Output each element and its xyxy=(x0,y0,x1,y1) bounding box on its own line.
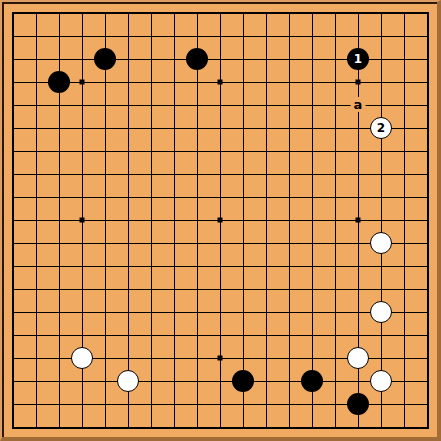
star-point xyxy=(80,218,85,223)
white-stone xyxy=(370,370,392,392)
black-stone: 1 xyxy=(347,48,369,70)
white-stone xyxy=(347,347,369,369)
stone-move-number: 1 xyxy=(354,53,362,65)
white-stone xyxy=(370,301,392,323)
white-stone: 2 xyxy=(370,117,392,139)
black-stone xyxy=(48,71,70,93)
board-marker-a: a xyxy=(351,97,366,112)
star-point xyxy=(356,80,361,85)
white-stone xyxy=(117,370,139,392)
black-stone xyxy=(232,370,254,392)
black-stone xyxy=(301,370,323,392)
go-board: 12a xyxy=(0,0,441,441)
star-point xyxy=(218,218,223,223)
white-stone xyxy=(370,232,392,254)
star-point xyxy=(356,218,361,223)
star-point xyxy=(218,80,223,85)
stone-move-number: 2 xyxy=(377,122,385,134)
black-stone xyxy=(347,393,369,415)
star-point xyxy=(80,80,85,85)
white-stone xyxy=(71,347,93,369)
black-stone xyxy=(186,48,208,70)
black-stone xyxy=(94,48,116,70)
star-point xyxy=(218,356,223,361)
